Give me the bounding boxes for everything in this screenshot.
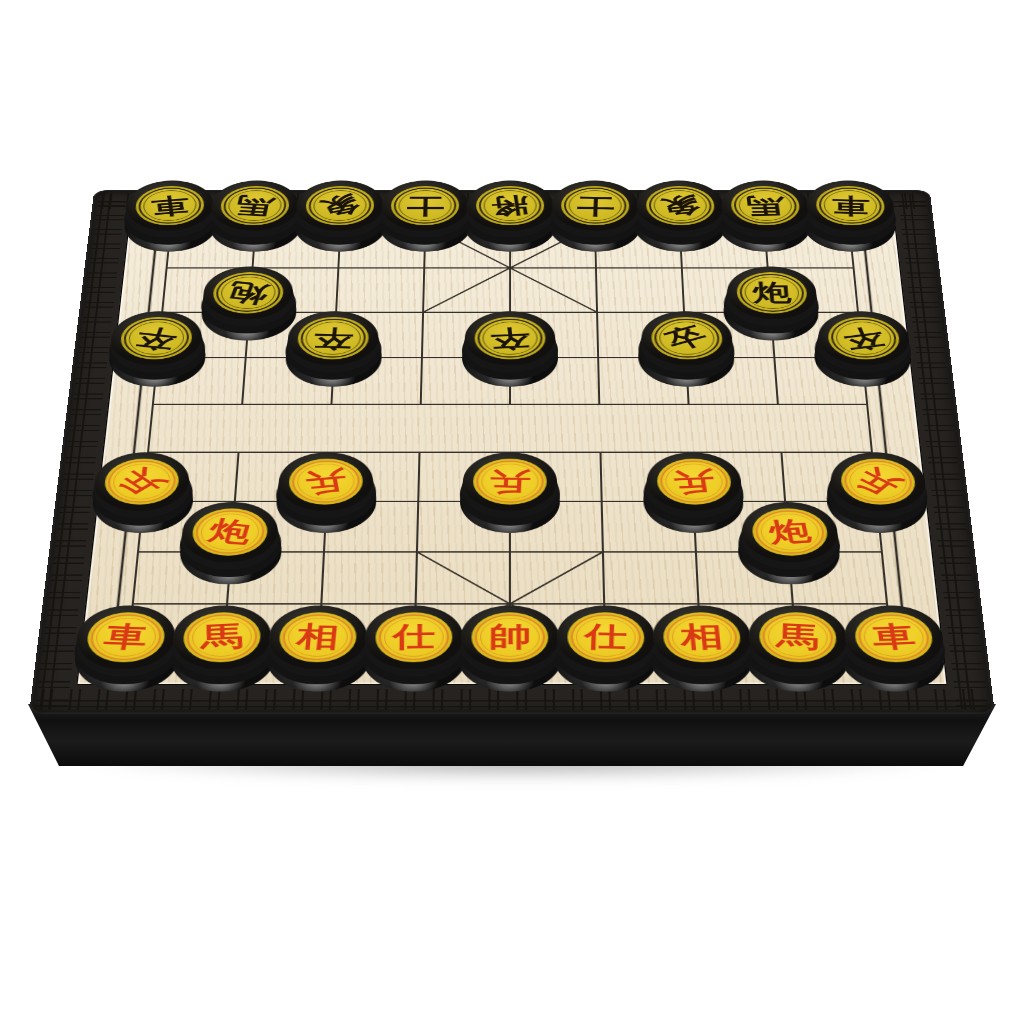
piece-black-炮[interactable]: 炮 <box>725 286 818 339</box>
piece-top-face: 將 <box>466 181 554 231</box>
piece-character: 兵 <box>303 467 348 496</box>
piece-sticker: 兵 <box>288 459 364 505</box>
piece-character: 馬 <box>745 194 786 217</box>
piece-character: 兵 <box>672 468 717 495</box>
piece-character: 士 <box>576 194 615 217</box>
piece-character: 車 <box>831 194 869 217</box>
piece-character: 仕 <box>584 623 627 652</box>
meander-pattern-bottom <box>36 689 988 710</box>
piece-character: 車 <box>870 623 917 652</box>
piece-sticker: 馬 <box>758 612 839 662</box>
board-frame: 車馬象士將士象馬車炮炮卒卒卒卒卒兵兵兵兵兵炮炮車馬相仕帥仕相馬車 <box>29 190 995 714</box>
piece-character: 炮 <box>206 517 255 547</box>
piece-sticker: 炮 <box>212 272 285 313</box>
piece-black-馬[interactable]: 馬 <box>720 200 810 250</box>
piece-top-face: 兵 <box>646 452 743 511</box>
piece-top-face: 卒 <box>464 311 555 365</box>
piece-black-卒[interactable]: 卒 <box>287 331 380 385</box>
pieces-layer: 車馬象士將士象馬車炮炮卒卒卒卒卒兵兵兵兵兵炮炮車馬相仕帥仕相馬車 <box>127 225 892 658</box>
piece-black-炮[interactable]: 炮 <box>202 286 295 339</box>
piece-character: 車 <box>102 623 149 652</box>
piece-character: 象 <box>658 193 703 218</box>
board-surface[interactable]: 車馬象士將士象馬車炮炮卒卒卒卒卒兵兵兵兵兵炮炮車馬相仕帥仕相馬車 <box>78 213 947 684</box>
piece-sticker: 馬 <box>181 612 262 662</box>
piece-sticker: 兵 <box>473 459 547 505</box>
piece-character: 帥 <box>488 623 531 651</box>
piece-black-車[interactable]: 車 <box>125 200 217 250</box>
piece-black-象[interactable]: 象 <box>296 200 385 250</box>
piece-character: 炮 <box>767 518 814 546</box>
piece-sticker: 帥 <box>471 612 548 662</box>
piece-black-卒[interactable]: 卒 <box>815 331 910 385</box>
piece-red-炮[interactable]: 炮 <box>181 522 281 582</box>
piece-sticker: 象 <box>305 186 375 225</box>
piece-black-車[interactable]: 車 <box>804 200 896 250</box>
piece-character: 炮 <box>225 279 271 306</box>
piece-black-士[interactable]: 士 <box>381 200 469 250</box>
piece-sticker: 車 <box>85 612 167 662</box>
piece-sticker: 卒 <box>474 317 545 359</box>
piece-top-face: 象 <box>636 181 725 231</box>
piece-character: 兵 <box>489 468 531 494</box>
piece-sticker: 炮 <box>191 508 269 555</box>
piece-black-卒[interactable]: 卒 <box>465 331 556 385</box>
piece-sticker: 士 <box>561 186 630 225</box>
piece-sticker: 卒 <box>651 317 724 359</box>
piece-sticker: 馬 <box>219 186 290 225</box>
piece-sticker: 車 <box>853 612 935 662</box>
piece-sticker: 相 <box>278 612 357 662</box>
piece-sticker: 仕 <box>567 612 645 662</box>
piece-top-face: 仕 <box>556 606 656 670</box>
piece-sticker: 車 <box>134 186 206 225</box>
piece-character: 相 <box>679 623 724 652</box>
piece-character: 卒 <box>133 324 180 351</box>
piece-black-卒[interactable]: 卒 <box>109 331 205 385</box>
piece-black-卒[interactable]: 卒 <box>640 331 733 385</box>
piece-character: 車 <box>150 193 191 218</box>
piece-character: 卒 <box>312 326 354 350</box>
piece-character: 兵 <box>113 464 171 500</box>
piece-black-馬[interactable]: 馬 <box>210 200 300 250</box>
piece-sticker: 將 <box>476 186 544 225</box>
photo-stage: 車馬象士將士象馬車炮炮卒卒卒卒卒兵兵兵兵兵炮炮車馬相仕帥仕相馬車 <box>0 0 1024 1024</box>
piece-sticker: 象 <box>645 186 715 225</box>
piece-sticker: 仕 <box>375 612 453 662</box>
piece-character: 仕 <box>393 623 436 651</box>
piece-top-face: 兵 <box>463 452 558 511</box>
piece-sticker: 車 <box>815 186 887 225</box>
piece-character: 馬 <box>776 622 820 652</box>
piece-character: 馬 <box>200 622 244 652</box>
piece-sticker: 兵 <box>839 459 917 505</box>
piece-top-face: 士 <box>551 181 639 231</box>
piece-character: 象 <box>316 192 364 220</box>
piece-red-炮[interactable]: 炮 <box>739 522 839 582</box>
piece-sticker: 兵 <box>656 459 732 505</box>
piece-sticker: 士 <box>390 186 459 225</box>
piece-character: 卒 <box>489 326 531 351</box>
piece-black-士[interactable]: 士 <box>551 200 639 250</box>
piece-top-face: 士 <box>381 181 469 231</box>
piece-character: 兵 <box>849 464 906 500</box>
piece-character: 相 <box>295 623 340 652</box>
piece-character: 將 <box>490 194 531 218</box>
piece-sticker: 兵 <box>102 459 180 505</box>
xiangqi-board: 車馬象士將士象馬車炮炮卒卒卒卒卒兵兵兵兵兵炮炮車馬相仕帥仕相馬車 <box>29 190 995 714</box>
piece-sticker: 馬 <box>730 186 801 225</box>
piece-sticker: 相 <box>662 612 741 662</box>
piece-character: 士 <box>406 195 444 217</box>
piece-top-face: 卒 <box>641 311 734 365</box>
piece-top-face: 帥 <box>460 606 559 670</box>
piece-black-將[interactable]: 將 <box>466 200 553 250</box>
piece-character: 馬 <box>234 194 276 218</box>
piece-character: 卒 <box>839 324 887 352</box>
piece-sticker: 卒 <box>119 317 194 359</box>
piece-sticker: 卒 <box>826 317 901 359</box>
piece-sticker: 炮 <box>751 508 829 555</box>
piece-character: 炮 <box>752 281 793 304</box>
piece-sticker: 炮 <box>736 272 809 313</box>
piece-character: 卒 <box>660 322 713 353</box>
piece-black-象[interactable]: 象 <box>635 200 724 250</box>
piece-sticker: 卒 <box>297 317 370 359</box>
